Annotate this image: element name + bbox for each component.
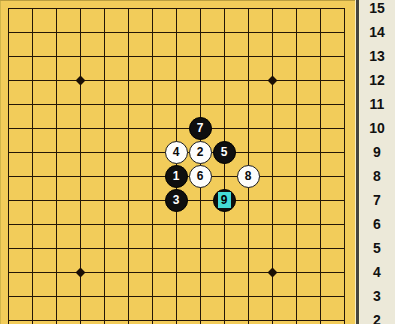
grid-cell <box>320 200 344 224</box>
grid-cell <box>152 248 176 272</box>
row-label-6: 6 <box>359 215 395 233</box>
move-number: 4 <box>173 146 180 158</box>
grid-cell <box>32 80 56 104</box>
grid-cell <box>224 32 248 56</box>
grid-cell <box>320 320 344 324</box>
grid-cell <box>8 248 32 272</box>
grid-cell <box>272 296 296 320</box>
grid-cell <box>296 272 320 296</box>
stone-black-1: 1 <box>165 165 188 188</box>
grid-cell <box>80 80 104 104</box>
grid-cell <box>32 272 56 296</box>
grid-cell <box>80 320 104 324</box>
grid-cell <box>296 128 320 152</box>
grid-cell <box>56 80 80 104</box>
grid-cell <box>176 320 200 324</box>
stone-black-9: 9 <box>213 189 236 212</box>
grid-cell <box>296 320 320 324</box>
grid-cell <box>224 80 248 104</box>
grid-cell <box>80 104 104 128</box>
grid-cell <box>176 224 200 248</box>
grid-cell <box>8 128 32 152</box>
grid-cell <box>272 200 296 224</box>
grid-cell <box>80 248 104 272</box>
grid-cell <box>32 320 56 324</box>
grid-cell <box>152 32 176 56</box>
grid-cell <box>56 200 80 224</box>
grid-cell <box>128 296 152 320</box>
grid-cell <box>8 200 32 224</box>
grid-cell <box>200 32 224 56</box>
grid-cell <box>32 8 56 32</box>
grid-cell <box>272 320 296 324</box>
row-coordinate-panel: 15141312111098765432 <box>356 0 395 324</box>
grid-cell <box>152 80 176 104</box>
stone-white-6: 6 <box>189 165 212 188</box>
grid-cell <box>8 272 32 296</box>
grid-cell <box>32 128 56 152</box>
row-label-13: 13 <box>359 47 395 65</box>
grid-cell <box>272 32 296 56</box>
grid-cell <box>104 272 128 296</box>
grid-cell <box>296 224 320 248</box>
grid-cell <box>128 104 152 128</box>
grid-cell <box>320 56 344 80</box>
grid-cell <box>80 8 104 32</box>
grid-cell <box>8 32 32 56</box>
grid-cell <box>32 176 56 200</box>
go-board[interactable]: 123456789 <box>0 0 356 324</box>
grid-cell <box>128 128 152 152</box>
grid-cell <box>224 224 248 248</box>
grid-cell <box>152 8 176 32</box>
row-label-15: 15 <box>359 0 395 17</box>
row-label-7: 7 <box>359 191 395 209</box>
grid-cell <box>224 8 248 32</box>
stone-black-7: 7 <box>189 117 212 140</box>
grid-cell <box>104 32 128 56</box>
move-number: 8 <box>245 170 252 182</box>
grid-cell <box>224 272 248 296</box>
grid-cell <box>248 80 272 104</box>
grid-cell <box>272 80 296 104</box>
grid-cell <box>272 272 296 296</box>
grid-cell <box>32 200 56 224</box>
grid-cell <box>128 248 152 272</box>
grid-cell <box>56 56 80 80</box>
move-number: 2 <box>197 146 204 158</box>
grid-cell <box>152 224 176 248</box>
grid-cell <box>272 224 296 248</box>
grid-cell <box>80 176 104 200</box>
grid-cell <box>8 176 32 200</box>
grid-cell <box>152 272 176 296</box>
row-label-10: 10 <box>359 119 395 137</box>
grid-cell <box>32 104 56 128</box>
grid-cell <box>272 56 296 80</box>
grid-cell <box>56 176 80 200</box>
grid-cell <box>200 224 224 248</box>
go-diagram: 123456789 15141312111098765432 <box>0 0 395 324</box>
grid-cell <box>128 176 152 200</box>
grid-cell <box>248 320 272 324</box>
last-move-number-highlight: 9 <box>218 192 231 208</box>
grid-cell <box>128 56 152 80</box>
grid-cell <box>272 104 296 128</box>
grid-cell <box>32 32 56 56</box>
stone-white-2: 2 <box>189 141 212 164</box>
grid-cell <box>128 80 152 104</box>
grid-cell <box>224 56 248 80</box>
grid-cell <box>200 8 224 32</box>
grid-cell <box>224 320 248 324</box>
grid-cell <box>200 272 224 296</box>
grid-cell <box>104 152 128 176</box>
grid-cell <box>248 8 272 32</box>
stone-white-4: 4 <box>165 141 188 164</box>
grid-cell <box>296 200 320 224</box>
grid-cell <box>128 320 152 324</box>
stone-black-5: 5 <box>213 141 236 164</box>
move-number: 1 <box>173 170 180 182</box>
grid-cell <box>104 296 128 320</box>
grid-cell <box>56 32 80 56</box>
grid-cell <box>56 104 80 128</box>
grid-cell <box>296 152 320 176</box>
grid-cell <box>56 152 80 176</box>
grid-cell <box>200 320 224 324</box>
grid-cell <box>320 32 344 56</box>
row-label-5: 5 <box>359 239 395 257</box>
grid-cell <box>248 104 272 128</box>
grid-cell <box>224 248 248 272</box>
move-number: 5 <box>221 146 228 158</box>
grid-cell <box>32 56 56 80</box>
grid-cell <box>56 248 80 272</box>
grid-cell <box>248 272 272 296</box>
grid-cell <box>320 8 344 32</box>
grid-cell <box>272 128 296 152</box>
grid-cell <box>296 104 320 128</box>
grid-cell <box>320 224 344 248</box>
grid-cell <box>320 176 344 200</box>
grid-cell <box>56 224 80 248</box>
row-label-11: 11 <box>359 95 395 113</box>
grid-cell <box>8 224 32 248</box>
grid-cell <box>200 296 224 320</box>
grid-cell <box>80 56 104 80</box>
grid-cell <box>104 200 128 224</box>
grid-cell <box>8 296 32 320</box>
grid-cell <box>176 56 200 80</box>
grid-cell <box>128 8 152 32</box>
grid-cell <box>176 272 200 296</box>
grid-cell <box>104 56 128 80</box>
grid-cell <box>80 152 104 176</box>
row-label-12: 12 <box>359 71 395 89</box>
move-number: 3 <box>173 194 180 206</box>
grid-cell <box>80 200 104 224</box>
grid-cell <box>8 80 32 104</box>
grid-cell <box>296 296 320 320</box>
grid-cell <box>8 320 32 324</box>
grid-cell <box>8 152 32 176</box>
grid-cell <box>224 296 248 320</box>
grid-cell <box>296 32 320 56</box>
grid-cell <box>104 8 128 32</box>
grid-cell <box>32 152 56 176</box>
row-label-2: 2 <box>359 311 395 324</box>
grid-cell <box>248 56 272 80</box>
grid-cell <box>128 272 152 296</box>
row-label-14: 14 <box>359 23 395 41</box>
grid-cell <box>296 80 320 104</box>
grid-cell <box>320 152 344 176</box>
grid-cell <box>104 320 128 324</box>
row-label-9: 9 <box>359 143 395 161</box>
grid-cell <box>104 176 128 200</box>
grid-cell <box>248 200 272 224</box>
grid-cell <box>128 224 152 248</box>
grid-cell <box>80 128 104 152</box>
grid-cell <box>320 272 344 296</box>
grid-cell <box>176 32 200 56</box>
grid-cell <box>200 248 224 272</box>
grid-cell <box>8 104 32 128</box>
grid-cell <box>272 152 296 176</box>
grid-cell <box>56 8 80 32</box>
grid-cell <box>248 296 272 320</box>
grid-cell <box>56 128 80 152</box>
grid-cell <box>272 248 296 272</box>
grid-cell <box>248 224 272 248</box>
grid-cell <box>320 104 344 128</box>
row-label-8: 8 <box>359 167 395 185</box>
row-label-4: 4 <box>359 263 395 281</box>
stone-black-3: 3 <box>165 189 188 212</box>
grid-cell <box>56 272 80 296</box>
grid-cell <box>104 80 128 104</box>
grid-cell <box>200 80 224 104</box>
grid-cell <box>320 128 344 152</box>
move-number: 6 <box>197 170 204 182</box>
grid-cell <box>200 56 224 80</box>
grid-cell <box>104 104 128 128</box>
grid-cell <box>128 32 152 56</box>
grid-cell <box>224 104 248 128</box>
grid-cell <box>248 128 272 152</box>
grid-cell <box>80 272 104 296</box>
grid-cell <box>32 224 56 248</box>
grid-cell <box>56 320 80 324</box>
grid-cell <box>104 224 128 248</box>
grid-cell <box>8 56 32 80</box>
grid-cell <box>152 56 176 80</box>
grid-cell <box>296 56 320 80</box>
grid-cell <box>248 248 272 272</box>
grid-cell <box>248 32 272 56</box>
grid-cell <box>80 224 104 248</box>
grid-cell <box>80 32 104 56</box>
grid-cell <box>104 128 128 152</box>
stone-white-8: 8 <box>237 165 260 188</box>
grid-cell <box>152 296 176 320</box>
grid-cell <box>176 80 200 104</box>
grid-cell <box>128 200 152 224</box>
grid-cell <box>296 8 320 32</box>
grid-cell <box>296 248 320 272</box>
grid-cell <box>152 104 176 128</box>
grid-cell <box>296 176 320 200</box>
grid-cell <box>272 8 296 32</box>
grid-cell <box>176 296 200 320</box>
grid-cell <box>320 248 344 272</box>
grid-cell <box>104 248 128 272</box>
grid-cell <box>80 296 104 320</box>
row-label-3: 3 <box>359 287 395 305</box>
move-number: 7 <box>197 122 204 134</box>
grid-cell <box>128 152 152 176</box>
grid-cell <box>32 296 56 320</box>
grid-cell <box>320 80 344 104</box>
grid-cell <box>8 8 32 32</box>
grid-cell <box>32 248 56 272</box>
grid-cell <box>152 320 176 324</box>
grid-cell <box>272 176 296 200</box>
grid-cell <box>176 8 200 32</box>
grid-cell <box>320 296 344 320</box>
grid-cell <box>56 296 80 320</box>
grid-cell <box>176 248 200 272</box>
